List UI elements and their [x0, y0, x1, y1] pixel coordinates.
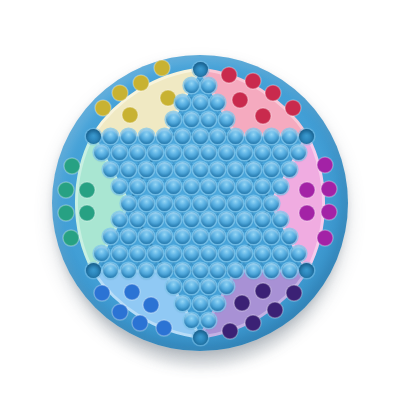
bubble[interactable] — [210, 196, 225, 211]
bubble[interactable] — [228, 129, 243, 144]
bubble[interactable] — [246, 129, 261, 144]
wedge-dot-lightblue — [132, 315, 148, 331]
bubble-pressed[interactable] — [86, 129, 101, 144]
bubble[interactable] — [193, 263, 208, 278]
bubble[interactable] — [184, 112, 199, 127]
wedge-dot-yellow — [133, 75, 149, 91]
wedge-dot-lavender — [317, 230, 333, 246]
wedge-dot-yellow — [112, 85, 128, 101]
bubble[interactable] — [193, 162, 208, 177]
bubble[interactable] — [139, 196, 154, 211]
wedge-dot-pink — [232, 92, 248, 108]
wedge-dot-lavender — [317, 157, 333, 173]
wedge-dot-lightblue — [156, 320, 172, 336]
bubble[interactable] — [291, 246, 306, 261]
bubble[interactable] — [264, 263, 279, 278]
bubble[interactable] — [282, 229, 297, 244]
bubble[interactable] — [210, 263, 225, 278]
bubble[interactable] — [193, 196, 208, 211]
bubble[interactable] — [193, 129, 208, 144]
bubble-pressed[interactable] — [299, 129, 314, 144]
bubble[interactable] — [255, 179, 270, 194]
bubble[interactable] — [139, 229, 154, 244]
bubble[interactable] — [139, 129, 154, 144]
bubble[interactable] — [139, 263, 154, 278]
wedge-dot-pink — [265, 85, 281, 101]
bubble[interactable] — [112, 246, 127, 261]
bubble[interactable] — [273, 246, 288, 261]
bubble[interactable] — [103, 129, 118, 144]
bubble[interactable] — [184, 279, 199, 294]
bubble[interactable] — [121, 196, 136, 211]
bubble[interactable] — [264, 162, 279, 177]
bubble[interactable] — [219, 246, 234, 261]
wedge-dot-purple — [245, 315, 261, 331]
bubble[interactable] — [157, 129, 172, 144]
bubble[interactable] — [246, 263, 261, 278]
wedge-dot-pink — [255, 108, 271, 124]
bubble[interactable] — [193, 229, 208, 244]
bubble[interactable] — [157, 229, 172, 244]
wedge-dot-pink — [221, 67, 237, 83]
bubble[interactable] — [246, 229, 261, 244]
bubble[interactable] — [184, 145, 199, 160]
wedge-dot-lavender — [299, 182, 315, 198]
bubble[interactable] — [291, 145, 306, 160]
bubble[interactable] — [246, 162, 261, 177]
bubble[interactable] — [175, 296, 190, 311]
wedge-dot-lavender — [321, 181, 337, 197]
bubble[interactable] — [157, 162, 172, 177]
bubble[interactable] — [184, 313, 199, 328]
bubble[interactable] — [175, 95, 190, 110]
wedge-dot-yellow — [160, 90, 176, 106]
bubble[interactable] — [175, 129, 190, 144]
bubble[interactable] — [166, 112, 181, 127]
bubble[interactable] — [184, 212, 199, 227]
bubble[interactable] — [264, 196, 279, 211]
bubble[interactable] — [255, 246, 270, 261]
wedge-dot-teal — [58, 205, 74, 221]
bubble[interactable] — [228, 196, 243, 211]
bubble[interactable] — [282, 129, 297, 144]
bubble[interactable] — [103, 263, 118, 278]
wedge-dot-purple — [234, 295, 250, 311]
bubble[interactable] — [246, 196, 261, 211]
bubble[interactable] — [219, 179, 234, 194]
bubble[interactable] — [175, 196, 190, 211]
wedge-dot-pink — [285, 100, 301, 116]
bubble[interactable] — [273, 179, 288, 194]
bubble-pressed[interactable] — [299, 263, 314, 278]
bubble[interactable] — [166, 279, 181, 294]
wedge-dot-lavender — [299, 205, 315, 221]
wedge-dot-yellow — [154, 60, 170, 76]
bubble[interactable] — [184, 179, 199, 194]
bubble[interactable] — [264, 229, 279, 244]
wedge-dot-lightblue — [94, 285, 110, 301]
wedge-dot-teal — [64, 158, 80, 174]
wedge-dot-purple — [267, 302, 283, 318]
wedge-dot-lightblue — [124, 284, 140, 300]
bubble-pressed[interactable] — [193, 62, 208, 77]
bubble[interactable] — [112, 179, 127, 194]
bubble[interactable] — [193, 95, 208, 110]
wedge-dot-pink — [245, 73, 261, 89]
bubble[interactable] — [166, 246, 181, 261]
wedge-dot-teal — [79, 205, 95, 221]
bubble[interactable] — [237, 246, 252, 261]
bubble[interactable] — [175, 162, 190, 177]
wedge-dot-purple — [286, 285, 302, 301]
bubble[interactable] — [184, 78, 199, 93]
bubble[interactable] — [282, 162, 297, 177]
bubble[interactable] — [166, 145, 181, 160]
bubble[interactable] — [130, 246, 145, 261]
bubble[interactable] — [282, 263, 297, 278]
bubble[interactable] — [157, 263, 172, 278]
wedge-dot-teal — [79, 182, 95, 198]
wedge-dot-purple — [255, 283, 271, 299]
bubble[interactable] — [193, 296, 208, 311]
bubble[interactable] — [175, 263, 190, 278]
bubble[interactable] — [273, 145, 288, 160]
bubble[interactable] — [184, 246, 199, 261]
wedge-dot-yellow — [122, 107, 138, 123]
bubble[interactable] — [228, 263, 243, 278]
bubble[interactable] — [121, 129, 136, 144]
wedge-dot-lightblue — [112, 304, 128, 320]
bubble[interactable] — [148, 179, 163, 194]
wedge-dot-yellow — [95, 100, 111, 116]
wedge-dot-purple — [222, 323, 238, 339]
bubble[interactable] — [148, 246, 163, 261]
pop-it-chinese-checkers-photo — [0, 0, 400, 400]
bubble[interactable] — [157, 196, 172, 211]
bubble-pressed[interactable] — [193, 330, 208, 345]
bubble[interactable] — [210, 129, 225, 144]
bubble-pressed[interactable] — [86, 263, 101, 278]
bubble[interactable] — [273, 212, 288, 227]
bubble[interactable] — [166, 179, 181, 194]
wedge-dot-teal — [58, 182, 74, 198]
wedge-dot-lavender — [321, 204, 337, 220]
bubble[interactable] — [175, 229, 190, 244]
wedge-dot-teal — [63, 230, 79, 246]
bubble[interactable] — [219, 112, 234, 127]
bubble[interactable] — [130, 179, 145, 194]
bubble[interactable] — [121, 263, 136, 278]
wedge-dot-lightblue — [143, 297, 159, 313]
bubble[interactable] — [166, 212, 181, 227]
bubble[interactable] — [139, 162, 154, 177]
bubble[interactable] — [237, 179, 252, 194]
bubble[interactable] — [264, 129, 279, 144]
